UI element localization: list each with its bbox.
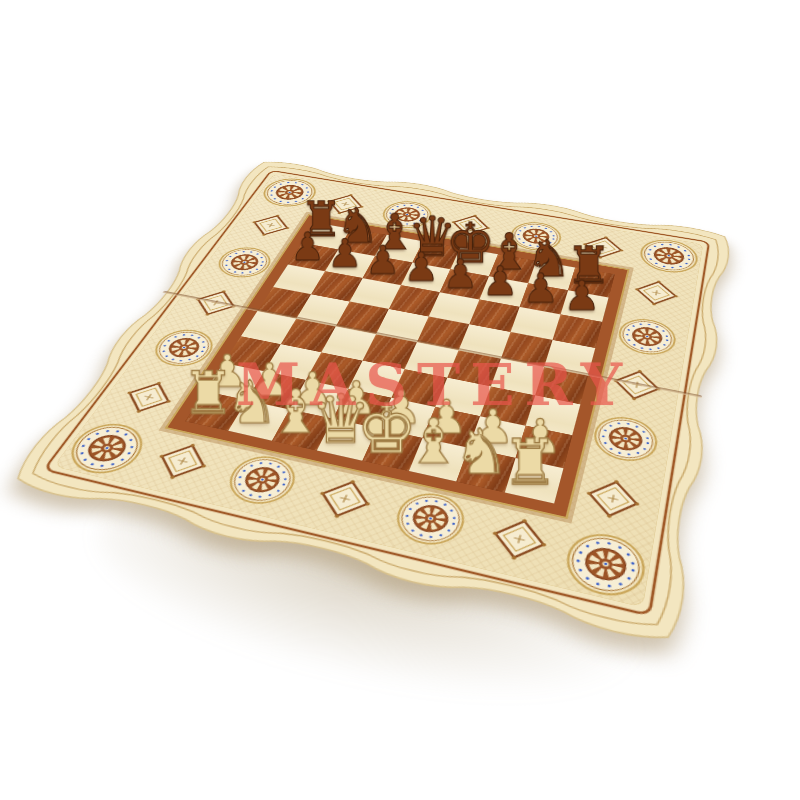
square-h6 [553,314,603,348]
diamond-motif-icon [319,190,371,218]
diamond-motif-icon [578,232,628,263]
diamond-motif-icon [243,211,298,240]
product-photo-scene: ♜♞♝♛♚♝♞♜♟♟♟♟♟♟♟♟♟♟♟♟♟♟♟♟♜♞♝♛♚♝♞♜ MASTERY [0,0,800,800]
watermark-text: MASTERY [236,351,632,419]
diamond-motif-icon [114,376,183,419]
diamond-motif-icon [445,211,496,240]
